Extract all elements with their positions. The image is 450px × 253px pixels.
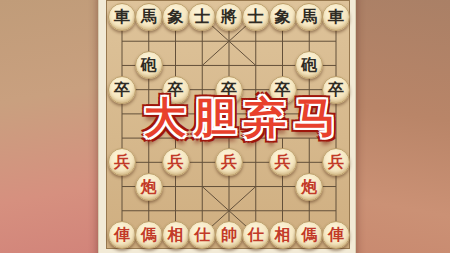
video-frame: 車馬象士將士象馬車砲砲卒卒卒卒卒兵兵兵兵兵炮炮俥傌相仕帥仕相傌俥 大胆弃马 [0, 0, 450, 253]
piece-black-chariot-right[interactable]: 車 [322, 3, 350, 31]
piece-red-horse-left[interactable]: 傌 [135, 221, 163, 249]
piece-red-advisor-right[interactable]: 仕 [242, 221, 270, 249]
piece-black-general[interactable]: 將 [215, 3, 243, 31]
piece-black-chariot-left[interactable]: 車 [108, 3, 136, 31]
piece-black-elephant-left[interactable]: 象 [162, 3, 190, 31]
piece-red-general[interactable]: 帥 [215, 221, 243, 249]
piece-red-elephant-left[interactable]: 相 [162, 221, 190, 249]
blurred-background-left [0, 0, 100, 253]
piece-black-horse-left[interactable]: 馬 [135, 3, 163, 31]
piece-red-cannon-left[interactable]: 炮 [135, 173, 163, 201]
piece-black-soldier-1[interactable]: 卒 [108, 76, 136, 104]
piece-black-elephant-right[interactable]: 象 [269, 3, 297, 31]
piece-red-chariot-right[interactable]: 俥 [322, 221, 350, 249]
caption-title: 大胆弃马 [140, 96, 348, 144]
piece-black-advisor-right[interactable]: 士 [242, 3, 270, 31]
piece-red-cannon-right[interactable]: 炮 [295, 173, 323, 201]
piece-red-soldier-4[interactable]: 兵 [269, 148, 297, 176]
blurred-background-right [354, 0, 450, 253]
piece-black-cannon-left[interactable]: 砲 [135, 51, 163, 79]
piece-red-soldier-2[interactable]: 兵 [162, 148, 190, 176]
piece-red-elephant-right[interactable]: 相 [269, 221, 297, 249]
piece-red-chariot-left[interactable]: 俥 [108, 221, 136, 249]
